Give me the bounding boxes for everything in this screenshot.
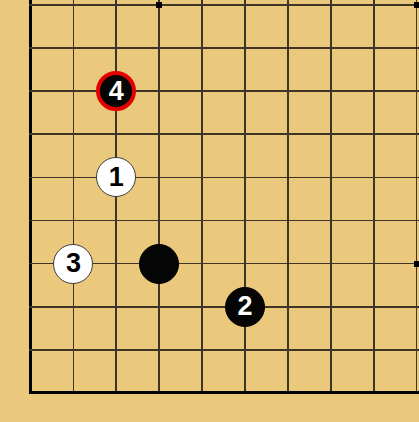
go-diagram: 1234	[0, 0, 419, 422]
grid-line-vertical	[373, 0, 375, 394]
stone-black-move-4[interactable]: 4	[96, 71, 136, 111]
grid-line-vertical	[115, 0, 117, 394]
grid-line-vertical	[244, 0, 246, 394]
move-number-label: 4	[109, 78, 124, 105]
grid-line-horizontal	[29, 349, 419, 351]
go-board[interactable]: 1234	[0, 0, 419, 422]
board-edge-left	[29, 0, 32, 394]
grid-line-horizontal	[29, 220, 419, 222]
grid-line-horizontal	[29, 133, 419, 135]
star-point	[414, 261, 419, 267]
stone-white-move-3[interactable]: 3	[53, 244, 93, 284]
grid-line-vertical	[330, 0, 332, 394]
move-number-label: 2	[237, 293, 252, 320]
grid-line-horizontal	[29, 47, 419, 49]
stone-black-move-2[interactable]: 2	[225, 287, 265, 327]
grid-line-horizontal	[29, 306, 419, 308]
grid-line-horizontal	[29, 90, 419, 92]
move-number-label: 1	[109, 164, 124, 191]
grid-line-vertical	[201, 0, 203, 394]
grid-line-vertical	[416, 0, 418, 394]
board-edge-bottom	[29, 391, 419, 394]
grid-line-vertical	[158, 0, 160, 394]
grid-line-horizontal	[29, 177, 419, 179]
stone-black-hoshi-d4[interactable]	[139, 244, 179, 284]
grid-line-vertical	[73, 0, 75, 394]
star-point	[414, 2, 419, 8]
grid-line-horizontal	[29, 4, 419, 6]
grid-line-vertical	[287, 0, 289, 394]
star-point	[156, 2, 162, 8]
move-number-label: 3	[66, 250, 81, 277]
stone-white-move-1[interactable]: 1	[96, 157, 136, 197]
